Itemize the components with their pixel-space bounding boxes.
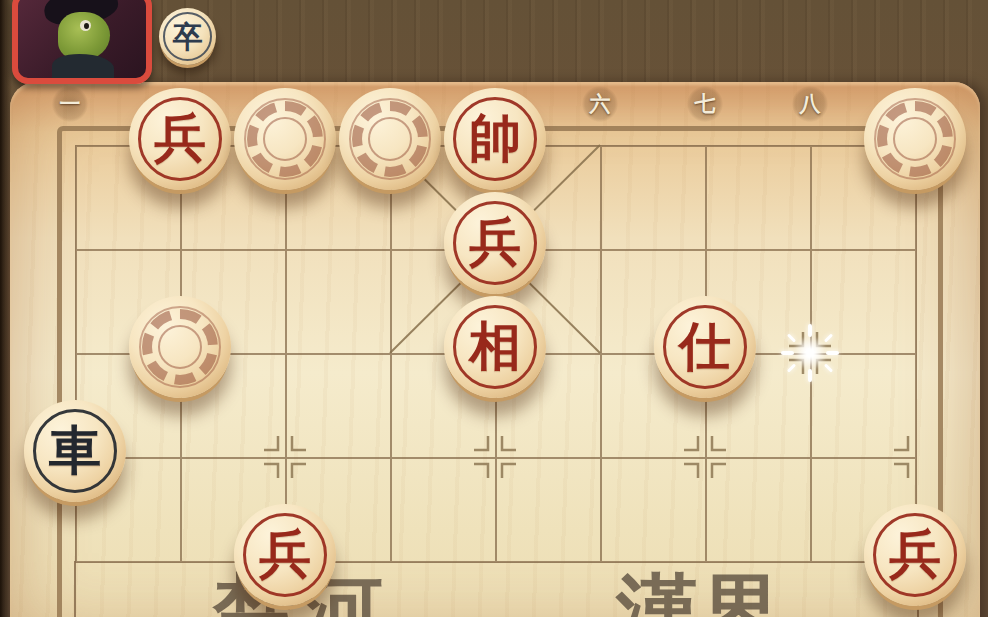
piece-hidden-piece-f2r3[interactable] — [129, 296, 231, 398]
board-cell[interactable] — [391, 458, 496, 562]
board-cell[interactable] — [811, 250, 916, 354]
piece-black-chariot-f1r4[interactable]: 車 — [24, 400, 126, 502]
piece-character: 仕 — [679, 321, 731, 373]
piece-red-soldier-f2r1[interactable]: 兵 — [129, 88, 231, 190]
opponent-avatar[interactable] — [12, 0, 152, 84]
avatar-pupil — [84, 23, 89, 29]
hidden-piece-ring — [263, 117, 307, 161]
hidden-piece-ring — [368, 117, 412, 161]
piece-red-advisor-f7r3[interactable]: 仕 — [654, 296, 756, 398]
file-label-1: 一 — [52, 86, 88, 122]
piece-red-general-f5r1[interactable]: 帥 — [444, 88, 546, 190]
captured-piece-glyph: 卒 — [173, 22, 203, 52]
hidden-piece-ring — [893, 117, 937, 161]
piece-character: 兵 — [889, 529, 941, 581]
piece-character: 兵 — [469, 217, 521, 269]
river-text-han: 漢 — [616, 572, 700, 617]
piece-hidden-piece-f4r1[interactable] — [339, 88, 441, 190]
piece-character: 車 — [49, 425, 101, 477]
river-text-jie: 界 — [699, 572, 783, 617]
piece-character: 兵 — [154, 113, 206, 165]
piece-hidden-piece-f3r1[interactable] — [234, 88, 336, 190]
piece-hidden-piece-f9r1[interactable] — [864, 88, 966, 190]
board-cell[interactable] — [286, 250, 391, 354]
piece-red-soldier-f5r2[interactable]: 兵 — [444, 192, 546, 294]
board-cell[interactable] — [706, 146, 811, 250]
hidden-piece-ring — [158, 325, 202, 369]
piece-red-elephant-f5r3[interactable]: 相 — [444, 296, 546, 398]
piece-character: 帥 — [469, 113, 521, 165]
piece-character: 兵 — [259, 529, 311, 581]
board-cell[interactable] — [601, 146, 706, 250]
avatar-collar — [52, 54, 114, 80]
river-strip[interactable] — [74, 561, 919, 617]
file-label-6: 六 — [582, 86, 618, 122]
piece-red-soldier-f9r5[interactable]: 兵 — [864, 504, 966, 606]
file-label-7: 七 — [687, 86, 723, 122]
board-cell[interactable] — [601, 458, 706, 562]
piece-red-soldier-f3r5[interactable]: 兵 — [234, 504, 336, 606]
game-screen: 楚 河 漢 界 一六七八 兵帥兵相仕車兵兵 卒 — [0, 0, 988, 617]
captured-piece-indicator: 卒 — [159, 8, 216, 65]
board-cell[interactable] — [496, 458, 601, 562]
file-label-8: 八 — [792, 86, 828, 122]
board-cell[interactable] — [811, 354, 916, 458]
piece-character: 相 — [469, 321, 521, 373]
board-cell[interactable] — [706, 458, 811, 562]
board-cell[interactable] — [286, 354, 391, 458]
